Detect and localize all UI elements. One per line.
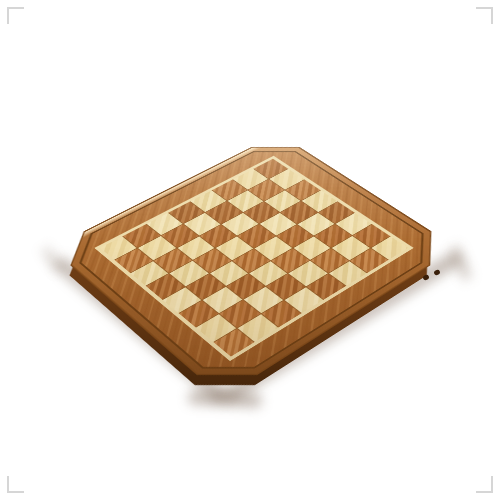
- corner-mark-top-right: [476, 7, 493, 24]
- corner-mark-bottom-right: [476, 476, 493, 493]
- product-photo: [0, 0, 500, 500]
- corner-mark-top-left: [7, 7, 24, 24]
- chessboard: [50, 133, 457, 397]
- corner-mark-bottom-left: [7, 476, 24, 493]
